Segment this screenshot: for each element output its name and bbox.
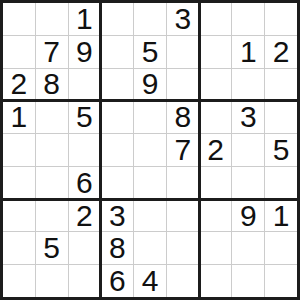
cell-r7-c9[interactable]: 1 bbox=[265, 200, 297, 232]
cell-r1-c8[interactable] bbox=[232, 3, 264, 35]
cell-r5-c4[interactable] bbox=[101, 134, 133, 166]
cell-r5-c2[interactable] bbox=[36, 134, 68, 166]
cell-r3-c7[interactable] bbox=[200, 69, 232, 101]
cell-r2-c4[interactable] bbox=[101, 36, 133, 68]
cell-r9-c7[interactable] bbox=[200, 265, 232, 297]
cell-r2-c5[interactable]: 5 bbox=[134, 36, 166, 68]
cell-r1-c2[interactable] bbox=[36, 3, 68, 35]
cell-r4-c9[interactable] bbox=[265, 101, 297, 133]
cell-r9-c2[interactable] bbox=[36, 265, 68, 297]
cell-r8-c6[interactable] bbox=[167, 232, 199, 264]
cell-r8-c2[interactable]: 5 bbox=[36, 232, 68, 264]
cell-r8-c3[interactable] bbox=[69, 232, 101, 264]
cell-r3-c3[interactable] bbox=[69, 69, 101, 101]
cell-r4-c7[interactable] bbox=[200, 101, 232, 133]
cell-r2-c8[interactable]: 1 bbox=[232, 36, 264, 68]
cell-r1-c1[interactable] bbox=[3, 3, 35, 35]
cell-r4-c6[interactable]: 8 bbox=[167, 101, 199, 133]
cell-r3-c1[interactable]: 2 bbox=[3, 69, 35, 101]
cell-r6-c3[interactable]: 6 bbox=[69, 167, 101, 199]
cell-r5-c8[interactable] bbox=[232, 134, 264, 166]
cell-r6-c5[interactable] bbox=[134, 167, 166, 199]
cell-r7-c1[interactable] bbox=[3, 200, 35, 232]
cell-r1-c7[interactable] bbox=[200, 3, 232, 35]
cell-r9-c6[interactable] bbox=[167, 265, 199, 297]
cell-r8-c7[interactable] bbox=[200, 232, 232, 264]
cell-r6-c8[interactable] bbox=[232, 167, 264, 199]
cell-r9-c9[interactable] bbox=[265, 265, 297, 297]
cell-r6-c1[interactable] bbox=[3, 167, 35, 199]
cell-r6-c9[interactable] bbox=[265, 167, 297, 199]
cell-r4-c8[interactable]: 3 bbox=[232, 101, 264, 133]
cell-r5-c9[interactable]: 5 bbox=[265, 134, 297, 166]
cell-r9-c8[interactable] bbox=[232, 265, 264, 297]
cell-r4-c5[interactable] bbox=[134, 101, 166, 133]
cell-r1-c5[interactable] bbox=[134, 3, 166, 35]
cell-r2-c9[interactable]: 2 bbox=[265, 36, 297, 68]
cell-r7-c4[interactable]: 3 bbox=[101, 200, 133, 232]
cell-r8-c1[interactable] bbox=[3, 232, 35, 264]
cell-r4-c1[interactable]: 1 bbox=[3, 101, 35, 133]
cell-r1-c6[interactable]: 3 bbox=[167, 3, 199, 35]
cell-r7-c6[interactable] bbox=[167, 200, 199, 232]
cell-r7-c8[interactable]: 9 bbox=[232, 200, 264, 232]
cell-r5-c5[interactable] bbox=[134, 134, 166, 166]
cell-r4-c2[interactable] bbox=[36, 101, 68, 133]
cell-r2-c6[interactable] bbox=[167, 36, 199, 68]
cell-r9-c3[interactable] bbox=[69, 265, 101, 297]
cell-r3-c2[interactable]: 8 bbox=[36, 69, 68, 101]
cell-r6-c4[interactable] bbox=[101, 167, 133, 199]
cell-r2-c7[interactable] bbox=[200, 36, 232, 68]
cell-r1-c9[interactable] bbox=[265, 3, 297, 35]
cell-r6-c7[interactable] bbox=[200, 167, 232, 199]
cell-r2-c3[interactable]: 9 bbox=[69, 36, 101, 68]
cell-r3-c5[interactable]: 9 bbox=[134, 69, 166, 101]
cell-r8-c5[interactable] bbox=[134, 232, 166, 264]
cell-r8-c4[interactable]: 8 bbox=[101, 232, 133, 264]
cell-r5-c7[interactable]: 2 bbox=[200, 134, 232, 166]
cell-r6-c2[interactable] bbox=[36, 167, 68, 199]
cell-r9-c4[interactable]: 6 bbox=[101, 265, 133, 297]
cell-r4-c4[interactable] bbox=[101, 101, 133, 133]
cell-r5-c6[interactable]: 7 bbox=[167, 134, 199, 166]
cell-r7-c7[interactable] bbox=[200, 200, 232, 232]
cell-r2-c1[interactable] bbox=[3, 36, 35, 68]
cell-r1-c3[interactable]: 1 bbox=[69, 3, 101, 35]
cell-r7-c3[interactable]: 2 bbox=[69, 200, 101, 232]
cell-r6-c6[interactable] bbox=[167, 167, 199, 199]
cell-r5-c1[interactable] bbox=[3, 134, 35, 166]
cell-r8-c8[interactable] bbox=[232, 232, 264, 264]
cell-r3-c9[interactable] bbox=[265, 69, 297, 101]
sudoku-board: 13795122891583725623915864 bbox=[0, 0, 300, 300]
cell-r5-c3[interactable] bbox=[69, 134, 101, 166]
cell-r7-c5[interactable] bbox=[134, 200, 166, 232]
cell-r7-c2[interactable] bbox=[36, 200, 68, 232]
cell-r3-c6[interactable] bbox=[167, 69, 199, 101]
sudoku-grid: 13795122891583725623915864 bbox=[3, 3, 297, 297]
cell-r1-c4[interactable] bbox=[101, 3, 133, 35]
cell-r2-c2[interactable]: 7 bbox=[36, 36, 68, 68]
cell-r3-c4[interactable] bbox=[101, 69, 133, 101]
cell-r9-c5[interactable]: 4 bbox=[134, 265, 166, 297]
cell-r3-c8[interactable] bbox=[232, 69, 264, 101]
cell-r9-c1[interactable] bbox=[3, 265, 35, 297]
cell-r4-c3[interactable]: 5 bbox=[69, 101, 101, 133]
cell-r8-c9[interactable] bbox=[265, 232, 297, 264]
